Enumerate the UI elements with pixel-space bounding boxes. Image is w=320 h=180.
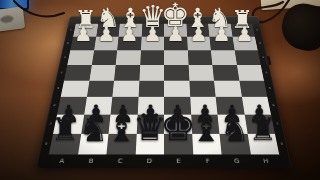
square-g8 (219, 134, 250, 155)
square-d8 (135, 134, 164, 155)
square-d5 (138, 80, 164, 97)
square-d6 (137, 97, 164, 115)
square-b7 (81, 115, 111, 134)
square-e3 (164, 50, 188, 65)
rank-label-right-8: 8 (280, 142, 283, 145)
square-h8 (247, 134, 279, 155)
device-label-oval (0, 15, 14, 25)
file-label-b: B (88, 158, 94, 164)
rank-label-left-7: 7 (49, 123, 52, 126)
rank-label-left-1: 1 (70, 29, 72, 31)
square-e5 (164, 80, 190, 97)
file-label-a: A (59, 158, 65, 164)
rank-label-right-6: 6 (272, 104, 275, 107)
square-d7 (136, 115, 164, 134)
file-label-h: H (263, 158, 269, 164)
rank-label-right-1: 1 (256, 29, 258, 31)
square-c2 (117, 37, 141, 51)
square-g6 (216, 97, 245, 115)
square-c5 (112, 80, 139, 97)
square-h1 (230, 24, 255, 37)
square-a3 (67, 50, 93, 65)
square-e6 (164, 97, 191, 115)
square-b6 (84, 97, 113, 115)
square-f8 (192, 134, 222, 155)
rank-label-right-4: 4 (265, 71, 268, 73)
rank-label-right-2: 2 (259, 42, 261, 44)
square-f5 (189, 80, 216, 97)
device-base (0, 6, 25, 31)
square-d3 (140, 50, 164, 65)
square-h6 (242, 97, 272, 115)
square-g7 (218, 115, 248, 134)
square-g3 (211, 50, 237, 65)
square-b5 (86, 80, 114, 97)
square-g4 (212, 65, 239, 81)
square-f2 (187, 37, 211, 51)
square-b4 (89, 65, 116, 81)
square-h4 (237, 65, 264, 81)
square-h5 (239, 80, 267, 97)
square-h2 (232, 37, 258, 51)
square-c4 (114, 65, 140, 81)
square-g5 (214, 80, 242, 97)
square-c6 (110, 97, 138, 115)
file-label-g: G (234, 158, 240, 164)
square-g2 (209, 37, 234, 51)
square-h7 (244, 115, 275, 134)
square-b1 (96, 24, 120, 37)
board-squares (49, 24, 279, 155)
square-e7 (164, 115, 192, 134)
square-e1 (164, 24, 187, 37)
photo-scene: ABCDEFGH 12345678 12345678 ♜♞♝♛♚♝♞♜♟♟♟♟♟… (0, 0, 320, 180)
rank-label-left-6: 6 (53, 104, 56, 107)
square-d1 (141, 24, 164, 37)
square-a2 (70, 37, 96, 51)
chess-board: ABCDEFGH 12345678 12345678 (36, 16, 292, 168)
square-e8 (164, 134, 193, 155)
square-c7 (109, 115, 138, 134)
square-a6 (57, 97, 87, 115)
rank-label-left-5: 5 (57, 87, 60, 90)
square-f1 (186, 24, 209, 37)
square-c8 (106, 134, 136, 155)
file-label-e: E (176, 158, 181, 164)
square-f4 (188, 65, 214, 81)
file-labels: ABCDEFGH (46, 156, 281, 166)
rank-label-left-8: 8 (45, 142, 48, 145)
square-e4 (164, 65, 189, 81)
square-b8 (78, 134, 109, 155)
square-f7 (191, 115, 220, 134)
square-a1 (73, 24, 98, 37)
square-c3 (116, 50, 141, 65)
square-d2 (141, 37, 164, 51)
square-a7 (53, 115, 84, 134)
square-e2 (164, 37, 187, 51)
rank-label-right-7: 7 (276, 123, 279, 126)
rank-label-left-2: 2 (67, 42, 69, 44)
rank-label-left-4: 4 (60, 71, 63, 73)
rank-label-right-3: 3 (262, 56, 265, 58)
square-a4 (64, 65, 91, 81)
file-label-f: F (206, 158, 210, 164)
square-h3 (234, 50, 260, 65)
square-f3 (187, 50, 212, 65)
file-label-c: C (118, 158, 123, 164)
file-label-d: D (147, 158, 152, 164)
square-d4 (139, 65, 164, 81)
square-g1 (208, 24, 232, 37)
square-c1 (119, 24, 142, 37)
square-a5 (61, 80, 89, 97)
square-f6 (190, 97, 218, 115)
square-a8 (49, 134, 81, 155)
board-fold-seam (62, 80, 265, 81)
square-b2 (94, 37, 119, 51)
rank-label-left-3: 3 (64, 56, 67, 58)
rank-label-right-5: 5 (269, 87, 272, 90)
square-b3 (91, 50, 117, 65)
